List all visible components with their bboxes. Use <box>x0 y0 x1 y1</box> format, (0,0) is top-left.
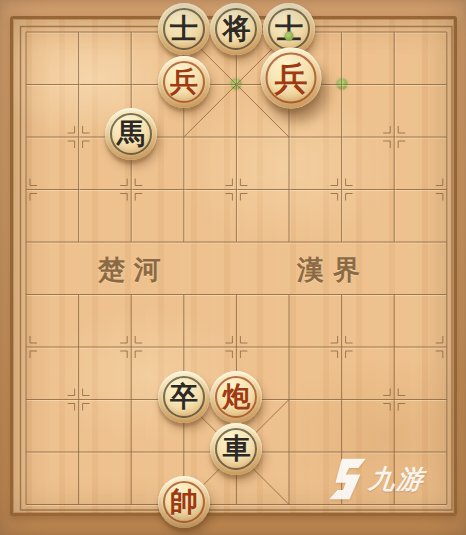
piece-red-soldier-right[interactable]: 兵 <box>261 47 322 108</box>
piece-glyph: 車 <box>222 435 250 463</box>
piece-black-chariot[interactable]: 車 <box>210 423 262 475</box>
piece-red-cannon[interactable]: 炮 <box>210 371 262 423</box>
piece-glyph: 兵 <box>275 61 308 94</box>
move-hint-dot[interactable] <box>336 78 347 89</box>
river-label-chu-he: 楚河 <box>98 252 170 288</box>
piece-red-soldier-left[interactable]: 兵 <box>158 56 210 108</box>
piece-black-general[interactable]: 将 <box>210 3 262 55</box>
piece-red-general[interactable]: 帥 <box>158 476 210 528</box>
piece-glyph: 炮 <box>222 383 250 411</box>
piece-black-soldier[interactable]: 卒 <box>158 371 210 423</box>
piece-glyph: 馬 <box>117 120 145 148</box>
piece-glyph: 将 <box>222 15 250 43</box>
piece-black-horse[interactable]: 馬 <box>105 108 157 160</box>
river-label-han-jie: 漢界 <box>297 252 369 288</box>
xiangqi-game-screen: 楚河 漢界 士将士兵兵馬卒炮車帥 九游 <box>0 0 466 535</box>
piece-glyph: 帥 <box>170 488 198 516</box>
piece-glyph: 兵 <box>170 68 198 96</box>
move-hint-dot[interactable] <box>285 32 294 41</box>
piece-black-advisor-left[interactable]: 士 <box>158 3 210 55</box>
piece-glyph: 卒 <box>170 383 198 411</box>
piece-glyph: 士 <box>170 15 198 43</box>
move-hint-dot[interactable] <box>231 78 242 89</box>
